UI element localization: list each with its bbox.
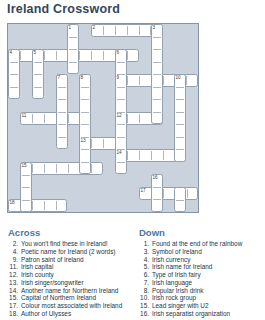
clue-item: 2.You won't find these in Ireland! (4, 240, 132, 248)
clue-item: 5.Irish name for Ireland (135, 263, 263, 271)
across-clue-list: 2.You won't find these in Ireland!4.Poet… (4, 240, 132, 318)
cell-number: 9 (117, 75, 120, 80)
cell-divider (79, 51, 80, 60)
cell-divider (153, 199, 161, 200)
cell-divider (127, 51, 128, 60)
clue-text: Irish capital (18, 263, 53, 271)
cell-divider (117, 162, 125, 163)
cell-divider (117, 87, 125, 88)
cell-divider (32, 114, 33, 123)
cell-divider (10, 62, 18, 63)
cell-divider (127, 26, 128, 35)
cell-divider (20, 51, 21, 60)
cell-divider (117, 124, 125, 125)
clue-text: Poetic name for Ireland (2 words) (18, 248, 115, 256)
clue-number: 7. (135, 279, 149, 287)
cell-number: 11 (22, 113, 27, 118)
clue-number: 13. (4, 279, 18, 287)
cell-divider (56, 201, 57, 210)
cell-divider (68, 114, 69, 123)
cell-divider (186, 76, 187, 85)
cell-divider (34, 87, 42, 88)
clue-text: Found at the end of the rainbow (149, 240, 242, 248)
clue-text: Patron saint of Ireland (18, 256, 84, 264)
clue-text: Irish separatist organization (149, 310, 230, 318)
word-across[interactable] (8, 199, 67, 212)
cell-divider (103, 26, 104, 35)
cell-divider (44, 114, 45, 123)
clue-number: 14. (4, 287, 18, 295)
clue-item: 16.Irish separatist organization (135, 310, 263, 318)
cell-divider (91, 139, 92, 148)
cell-divider (153, 99, 161, 100)
clue-text: Irish name for Ireland (149, 263, 212, 271)
word-down[interactable] (8, 49, 20, 99)
cell-divider (176, 149, 184, 150)
across-heading: Across (8, 227, 40, 238)
cell-divider (81, 124, 89, 125)
cell-divider (187, 189, 188, 198)
clue-number: 8. (135, 287, 149, 295)
word-down[interactable] (174, 187, 186, 212)
cell-divider (34, 62, 42, 63)
page-title: Ireland Crossword (7, 2, 120, 16)
cell-divider (176, 124, 184, 125)
clue-number: 17. (4, 302, 18, 310)
cell-number: 3 (153, 25, 156, 30)
cell-number: 14 (117, 150, 122, 155)
clue-item: 4.Irish currency (135, 256, 263, 264)
cell-divider (139, 26, 140, 35)
cell-divider (58, 112, 66, 113)
clue-text: Irish singer/songwriter (18, 279, 84, 287)
clue-item: 17.Colour most associated with Ireland (4, 302, 132, 310)
cell-divider (58, 124, 66, 125)
cell-divider (153, 112, 161, 113)
clue-number: 10. (135, 294, 149, 302)
cell-divider (103, 139, 104, 148)
cell-divider (58, 99, 66, 100)
down-clue-list: 1.Found at the end of the rainbow3.Symbo… (135, 240, 263, 318)
clue-text: Popular Irish drink (149, 287, 204, 295)
cell-number: 12 (117, 113, 122, 118)
clue-number: 4. (135, 256, 149, 264)
cell-divider (44, 201, 45, 210)
cell-divider (117, 62, 125, 63)
cell-divider (117, 99, 125, 100)
clue-text: Colour most associated with Ireland (18, 302, 122, 310)
cell-divider (151, 151, 152, 160)
cell-divider (103, 51, 104, 60)
cell-divider (127, 114, 128, 123)
cell-number: 18 (10, 200, 15, 205)
clue-text: Lead singer with U2 (149, 302, 208, 310)
cell-divider (127, 151, 128, 160)
cell-number: 15 (22, 163, 27, 168)
clue-text: Symbol of Ireland (149, 248, 202, 256)
cell-divider (139, 151, 140, 160)
cell-divider (56, 51, 57, 60)
clue-item: 9.Patron saint of Ireland (4, 256, 132, 264)
cell-number: 17 (141, 188, 146, 193)
cell-divider (81, 87, 89, 88)
clue-item: 18.Author of Ulysses (4, 310, 132, 318)
cell-divider (163, 189, 164, 198)
cell-divider (34, 74, 42, 75)
cell-divider (127, 76, 128, 85)
cell-number: 4 (10, 50, 13, 55)
clue-text: You won't find these in Ireland! (18, 240, 108, 248)
cell-divider (176, 200, 184, 201)
cell-number: 13 (81, 138, 86, 143)
cell-divider (69, 37, 77, 38)
clue-text: Irish currency (149, 256, 190, 264)
cell-divider (139, 114, 140, 123)
cell-divider (176, 112, 184, 113)
crossword-page: Ireland Crossword 1234567891011121314151… (0, 0, 265, 320)
clue-item: 12.Irish county (4, 271, 132, 279)
clue-number: 4. (4, 248, 18, 256)
clue-item: 4.Poetic name for Ireland (2 words) (4, 248, 132, 256)
clue-item: 10.Irish rock group (135, 294, 263, 302)
crossword-board[interactable]: 123456789101112131415161718 (7, 23, 199, 213)
clue-number: 16. (135, 310, 149, 318)
clue-text: Irish county (18, 271, 54, 279)
cell-divider (32, 201, 33, 210)
clue-number: 15. (135, 302, 149, 310)
clue-item: 13.Irish singer/songwriter (4, 279, 132, 287)
cell-divider (117, 137, 125, 138)
clue-item: 7.Irish language (135, 279, 263, 287)
clue-number: 9. (4, 256, 18, 264)
clue-number: 2. (4, 240, 18, 248)
cell-divider (68, 164, 69, 173)
cell-divider (32, 164, 33, 173)
word-down[interactable] (67, 24, 79, 74)
cell-divider (58, 87, 66, 88)
cell-divider (44, 164, 45, 173)
clue-item: 15.Capital of Northern Ireland (4, 294, 132, 302)
cell-divider (176, 137, 184, 138)
cell-divider (153, 87, 161, 88)
clue-number: 11. (4, 263, 18, 271)
clue-number: 12. (4, 271, 18, 279)
word-down[interactable] (174, 74, 186, 162)
cell-divider (10, 87, 18, 88)
cell-number: 7 (58, 75, 61, 80)
clue-number: 15. (4, 294, 18, 302)
word-down[interactable] (79, 74, 91, 174)
cell-divider (22, 200, 30, 201)
cell-divider (81, 99, 89, 100)
cell-divider (163, 151, 164, 160)
word-down[interactable] (56, 74, 68, 149)
clue-text: Author of Ulysses (18, 310, 71, 318)
cell-divider (22, 175, 30, 176)
cell-divider (153, 74, 161, 75)
clue-item: 11.Irish capital (4, 263, 132, 271)
cell-divider (153, 62, 161, 63)
cell-number: 8 (81, 75, 84, 80)
cell-number: 2 (93, 25, 96, 30)
clue-item: 1.Found at the end of the rainbow (135, 240, 263, 248)
clue-item: 14.Another name for Northern Ireland (4, 287, 132, 295)
cell-divider (58, 137, 66, 138)
word-down[interactable] (151, 24, 163, 124)
clue-item: 8.Popular Irish drink (135, 287, 263, 295)
clue-text: Capital of Northern Ireland (18, 294, 96, 302)
clue-item: 6.Type of Irish fairy (135, 271, 263, 279)
cell-number: 10 (176, 75, 181, 80)
cell-number: 6 (117, 50, 120, 55)
clue-item: 3.Symbol of Ireland (135, 248, 263, 256)
cell-divider (91, 164, 92, 173)
clue-text: Irish rock group (149, 294, 196, 302)
cell-divider (153, 187, 161, 188)
cell-divider (153, 37, 161, 38)
word-down[interactable] (115, 49, 127, 174)
cell-divider (81, 149, 89, 150)
cell-divider (69, 62, 77, 63)
cell-divider (44, 51, 45, 60)
cell-divider (56, 164, 57, 173)
clue-number: 5. (135, 263, 149, 271)
cell-divider (153, 49, 161, 50)
clue-number: 3. (135, 248, 149, 256)
word-down[interactable] (20, 162, 32, 212)
cell-number: 16 (153, 175, 158, 180)
down-heading: Down (139, 227, 165, 238)
cell-number: 5 (34, 50, 37, 55)
clue-text: Type of Irish fairy (149, 271, 201, 279)
cell-divider (81, 112, 89, 113)
cell-divider (163, 76, 164, 85)
cell-number: 1 (69, 25, 72, 30)
cell-divider (81, 162, 89, 163)
cell-divider (91, 51, 92, 60)
clue-number: 1. (135, 240, 149, 248)
clue-number: 6. (135, 271, 149, 279)
cell-divider (139, 76, 140, 85)
cell-divider (115, 26, 116, 35)
clue-number: 18. (4, 310, 18, 318)
word-across[interactable] (139, 187, 198, 200)
cell-divider (69, 49, 77, 50)
word-down[interactable] (32, 49, 44, 99)
cell-divider (22, 187, 30, 188)
cell-divider (176, 99, 184, 100)
clue-text: Irish language (149, 279, 192, 287)
clue-text: Another name for Northern Ireland (18, 287, 118, 295)
clue-item: 15.Lead singer with U2 (135, 302, 263, 310)
cell-divider (176, 87, 184, 88)
cell-divider (10, 74, 18, 75)
